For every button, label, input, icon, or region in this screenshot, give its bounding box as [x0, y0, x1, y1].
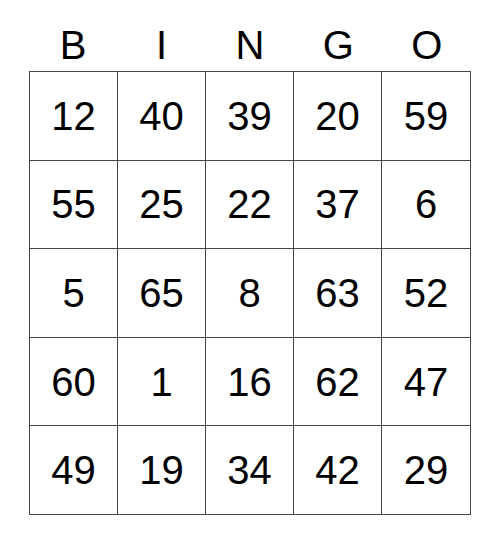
bingo-cell-r5c4[interactable]: 42 [294, 426, 382, 514]
bingo-card: B I N G O 12 40 39 20 59 55 25 22 37 6 5… [29, 0, 471, 515]
bingo-cell-r2c4[interactable]: 37 [294, 161, 382, 250]
header-letter-g: G [294, 25, 382, 71]
bingo-cell-r2c3[interactable]: 22 [206, 161, 294, 250]
header-letter-n: N [206, 25, 294, 71]
bingo-cell-r4c2[interactable]: 1 [118, 338, 206, 427]
header-letter-i: I [117, 25, 205, 71]
bingo-header-row: B I N G O [29, 0, 471, 71]
bingo-cell-r1c5[interactable]: 59 [382, 72, 470, 161]
bingo-cell-r2c2[interactable]: 25 [118, 161, 206, 250]
bingo-cell-r5c3[interactable]: 34 [206, 426, 294, 514]
bingo-cell-r1c2[interactable]: 40 [118, 72, 206, 161]
bingo-cell-r4c3[interactable]: 16 [206, 338, 294, 427]
bingo-cell-r5c5[interactable]: 29 [382, 426, 470, 514]
bingo-cell-r5c1[interactable]: 49 [30, 426, 118, 514]
bingo-cell-r4c5[interactable]: 47 [382, 338, 470, 427]
bingo-cell-r4c1[interactable]: 60 [30, 338, 118, 427]
bingo-cell-r1c1[interactable]: 12 [30, 72, 118, 161]
bingo-cell-r3c2[interactable]: 65 [118, 249, 206, 338]
bingo-cell-r4c4[interactable]: 62 [294, 338, 382, 427]
header-letter-b: B [29, 25, 117, 71]
bingo-cell-r3c5[interactable]: 52 [382, 249, 470, 338]
bingo-cell-r2c5[interactable]: 6 [382, 161, 470, 250]
bingo-cell-r3c4[interactable]: 63 [294, 249, 382, 338]
bingo-cell-r1c4[interactable]: 20 [294, 72, 382, 161]
bingo-cell-r3c3[interactable]: 8 [206, 249, 294, 338]
header-letter-o: O [383, 25, 471, 71]
bingo-cell-r3c1[interactable]: 5 [30, 249, 118, 338]
bingo-cell-r5c2[interactable]: 19 [118, 426, 206, 514]
bingo-cell-r2c1[interactable]: 55 [30, 161, 118, 250]
bingo-cell-r1c3[interactable]: 39 [206, 72, 294, 161]
bingo-grid: 12 40 39 20 59 55 25 22 37 6 5 65 8 63 5… [29, 71, 471, 515]
